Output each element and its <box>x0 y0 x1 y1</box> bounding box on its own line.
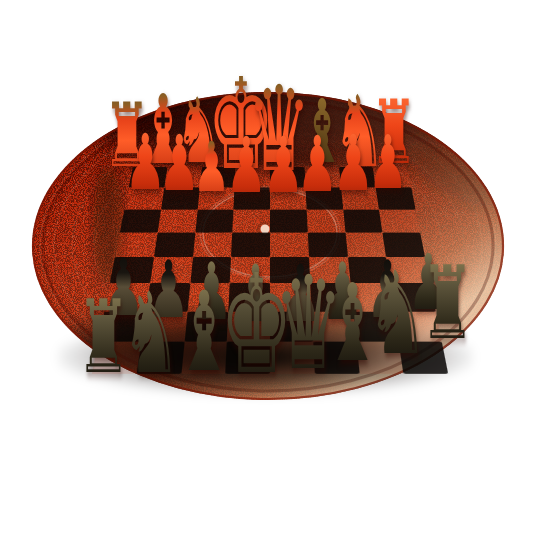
board-square-2-7[interactable] <box>379 209 420 232</box>
board-square-2-5[interactable] <box>306 209 345 232</box>
board-square-2-2[interactable] <box>195 209 234 232</box>
photo-scene: ♞♝♝♜♞♜♚♛♟♟♟♟♟♟♟♟♟♟♟♟♟♟♟♟♜♞♝♛♝♚♞♜ <box>0 0 533 533</box>
board-square-2-0[interactable] <box>120 209 161 232</box>
board-square-2-4[interactable] <box>270 209 308 232</box>
board-square-2-6[interactable] <box>343 209 383 232</box>
dark-king[interactable]: ♚ <box>215 256 297 393</box>
board-square-2-1[interactable] <box>157 209 197 232</box>
dark-rook[interactable]: ♜ <box>73 287 134 388</box>
board-square-2-3[interactable] <box>232 209 270 232</box>
red-pawn[interactable]: ♟ <box>260 127 306 204</box>
